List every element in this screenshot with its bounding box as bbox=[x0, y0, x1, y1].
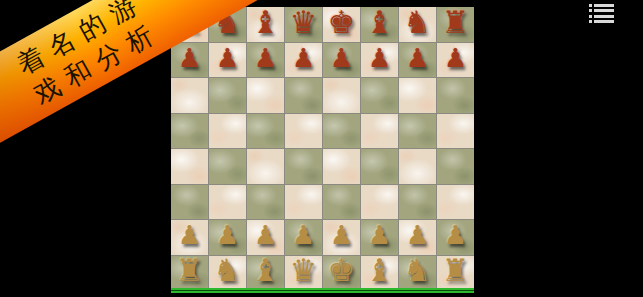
square-h1[interactable]: ♜ bbox=[437, 256, 474, 291]
square-f1[interactable]: ♝ bbox=[361, 256, 398, 291]
piece-white-pawn[interactable]: ♟ bbox=[444, 222, 467, 248]
piece-white-rook[interactable]: ♜ bbox=[176, 255, 204, 286]
square-d7[interactable]: ♟ bbox=[285, 43, 322, 78]
piece-white-knight[interactable]: ♞ bbox=[404, 255, 432, 286]
piece-black-pawn[interactable]: ♟ bbox=[178, 45, 201, 71]
square-f7[interactable]: ♟ bbox=[361, 43, 398, 78]
square-f5[interactable] bbox=[361, 114, 398, 149]
square-h5[interactable] bbox=[437, 114, 474, 149]
piece-black-pawn[interactable]: ♟ bbox=[254, 45, 277, 71]
piece-white-knight[interactable]: ♞ bbox=[214, 255, 242, 286]
square-b5[interactable] bbox=[209, 114, 246, 149]
square-h8[interactable]: ♜ bbox=[437, 7, 474, 42]
piece-white-pawn[interactable]: ♟ bbox=[406, 222, 429, 248]
square-g6[interactable] bbox=[399, 78, 436, 113]
square-a2[interactable]: ♟ bbox=[171, 220, 208, 255]
square-a1[interactable]: ♜ bbox=[171, 256, 208, 291]
square-g8[interactable]: ♞ bbox=[399, 7, 436, 42]
square-h4[interactable] bbox=[437, 149, 474, 184]
square-h2[interactable]: ♟ bbox=[437, 220, 474, 255]
square-e8[interactable]: ♚ bbox=[323, 7, 360, 42]
square-e3[interactable] bbox=[323, 185, 360, 220]
piece-white-rook[interactable]: ♜ bbox=[442, 255, 470, 286]
square-c6[interactable] bbox=[247, 78, 284, 113]
square-d1[interactable]: ♛ bbox=[285, 256, 322, 291]
square-a4[interactable] bbox=[171, 149, 208, 184]
square-b1[interactable]: ♞ bbox=[209, 256, 246, 291]
square-a7[interactable]: ♟ bbox=[171, 43, 208, 78]
piece-black-bishop[interactable]: ♝ bbox=[252, 7, 280, 38]
piece-black-pawn[interactable]: ♟ bbox=[216, 45, 239, 71]
piece-black-rook[interactable]: ♜ bbox=[442, 7, 470, 38]
piece-white-pawn[interactable]: ♟ bbox=[216, 222, 239, 248]
square-a6[interactable] bbox=[171, 78, 208, 113]
square-g3[interactable] bbox=[399, 185, 436, 220]
square-h7[interactable]: ♟ bbox=[437, 43, 474, 78]
menu-row bbox=[589, 15, 614, 18]
square-e6[interactable] bbox=[323, 78, 360, 113]
menu-row bbox=[589, 9, 614, 12]
square-d2[interactable]: ♟ bbox=[285, 220, 322, 255]
square-e1[interactable]: ♚ bbox=[323, 256, 360, 291]
square-d8[interactable]: ♛ bbox=[285, 7, 322, 42]
piece-black-pawn[interactable]: ♟ bbox=[444, 45, 467, 71]
square-c3[interactable] bbox=[247, 185, 284, 220]
square-e2[interactable]: ♟ bbox=[323, 220, 360, 255]
piece-black-knight[interactable]: ♞ bbox=[404, 7, 432, 38]
square-g7[interactable]: ♟ bbox=[399, 43, 436, 78]
square-g2[interactable]: ♟ bbox=[399, 220, 436, 255]
piece-black-bishop[interactable]: ♝ bbox=[366, 7, 394, 38]
square-b2[interactable]: ♟ bbox=[209, 220, 246, 255]
list-menu-icon[interactable] bbox=[589, 4, 614, 23]
menu-row bbox=[589, 4, 614, 7]
square-a5[interactable] bbox=[171, 114, 208, 149]
piece-white-pawn[interactable]: ♟ bbox=[292, 222, 315, 248]
piece-black-king[interactable]: ♚ bbox=[328, 7, 356, 38]
square-g4[interactable] bbox=[399, 149, 436, 184]
square-f3[interactable] bbox=[361, 185, 398, 220]
turn-indicator bbox=[171, 288, 474, 293]
square-a3[interactable] bbox=[171, 185, 208, 220]
piece-white-bishop[interactable]: ♝ bbox=[252, 255, 280, 286]
square-f2[interactable]: ♟ bbox=[361, 220, 398, 255]
square-h6[interactable] bbox=[437, 78, 474, 113]
piece-white-king[interactable]: ♚ bbox=[328, 255, 356, 286]
square-b4[interactable] bbox=[209, 149, 246, 184]
menu-row bbox=[589, 20, 614, 23]
square-d6[interactable] bbox=[285, 78, 322, 113]
square-b6[interactable] bbox=[209, 78, 246, 113]
piece-black-queen[interactable]: ♛ bbox=[290, 7, 318, 38]
square-f8[interactable]: ♝ bbox=[361, 7, 398, 42]
square-c8[interactable]: ♝ bbox=[247, 7, 284, 42]
square-d4[interactable] bbox=[285, 149, 322, 184]
app-screen: ♜♞♝♛♚♝♞♜♟♟♟♟♟♟♟♟♟♟♟♟♟♟♟♟♜♞♝♛♚♝♞♜ 着名的游 戏和… bbox=[0, 0, 643, 297]
square-e5[interactable] bbox=[323, 114, 360, 149]
square-b3[interactable] bbox=[209, 185, 246, 220]
piece-black-pawn[interactable]: ♟ bbox=[292, 45, 315, 71]
square-d5[interactable] bbox=[285, 114, 322, 149]
piece-white-bishop[interactable]: ♝ bbox=[366, 255, 394, 286]
square-c4[interactable] bbox=[247, 149, 284, 184]
square-g1[interactable]: ♞ bbox=[399, 256, 436, 291]
piece-white-pawn[interactable]: ♟ bbox=[254, 222, 277, 248]
chess-board: ♜♞♝♛♚♝♞♜♟♟♟♟♟♟♟♟♟♟♟♟♟♟♟♟♜♞♝♛♚♝♞♜ bbox=[171, 7, 474, 290]
square-f6[interactable] bbox=[361, 78, 398, 113]
piece-white-pawn[interactable]: ♟ bbox=[368, 222, 391, 248]
piece-white-pawn[interactable]: ♟ bbox=[330, 222, 353, 248]
square-d3[interactable] bbox=[285, 185, 322, 220]
square-c2[interactable]: ♟ bbox=[247, 220, 284, 255]
square-g5[interactable] bbox=[399, 114, 436, 149]
piece-white-queen[interactable]: ♛ bbox=[290, 255, 318, 286]
square-c7[interactable]: ♟ bbox=[247, 43, 284, 78]
piece-white-pawn[interactable]: ♟ bbox=[178, 222, 201, 248]
piece-black-pawn[interactable]: ♟ bbox=[368, 45, 391, 71]
square-e7[interactable]: ♟ bbox=[323, 43, 360, 78]
square-h3[interactable] bbox=[437, 185, 474, 220]
square-e4[interactable] bbox=[323, 149, 360, 184]
piece-black-pawn[interactable]: ♟ bbox=[330, 45, 353, 71]
square-c5[interactable] bbox=[247, 114, 284, 149]
square-c1[interactable]: ♝ bbox=[247, 256, 284, 291]
square-f4[interactable] bbox=[361, 149, 398, 184]
square-b7[interactable]: ♟ bbox=[209, 43, 246, 78]
piece-black-pawn[interactable]: ♟ bbox=[406, 45, 429, 71]
